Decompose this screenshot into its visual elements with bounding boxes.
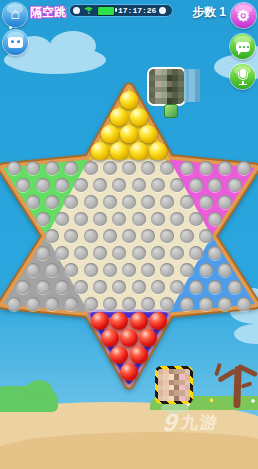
board-hole[interactable] bbox=[84, 161, 98, 175]
board-hole[interactable] bbox=[160, 161, 174, 175]
board-hole[interactable] bbox=[160, 263, 174, 277]
yellow-marble[interactable] bbox=[110, 142, 128, 160]
board-hole[interactable] bbox=[93, 246, 107, 260]
board-hole[interactable] bbox=[160, 229, 174, 243]
red-marble[interactable] bbox=[110, 346, 128, 364]
board-hole[interactable] bbox=[36, 212, 50, 226]
gem-icon bbox=[164, 104, 178, 118]
game-screen: 9 九游 ⌂ 隔空跳 17:17:26 步数 1 ⚙ bbox=[0, 0, 258, 469]
board-hole[interactable] bbox=[74, 212, 88, 226]
board-hole[interactable] bbox=[26, 263, 40, 277]
board-hole[interactable] bbox=[55, 280, 69, 294]
board-hole[interactable] bbox=[189, 246, 203, 260]
yellow-marble[interactable] bbox=[120, 125, 138, 143]
red-marble[interactable] bbox=[101, 329, 119, 347]
board-hole[interactable] bbox=[122, 161, 136, 175]
red-marble[interactable] bbox=[130, 312, 148, 330]
wifi-icon bbox=[83, 7, 94, 15]
board-hole[interactable] bbox=[45, 229, 59, 243]
home-button[interactable]: ⌂ bbox=[3, 3, 27, 27]
red-marble[interactable] bbox=[130, 346, 148, 364]
board-hole[interactable] bbox=[208, 280, 222, 294]
robot-icon bbox=[8, 37, 23, 48]
board-hole[interactable] bbox=[237, 161, 251, 175]
board-hole[interactable] bbox=[103, 263, 117, 277]
board-hole[interactable] bbox=[93, 178, 107, 192]
board-hole[interactable] bbox=[170, 246, 184, 260]
board-hole[interactable] bbox=[64, 263, 78, 277]
board-hole[interactable] bbox=[132, 280, 146, 294]
board-hole[interactable] bbox=[36, 280, 50, 294]
board-hole[interactable] bbox=[141, 263, 155, 277]
board-hole[interactable] bbox=[16, 178, 30, 192]
yellow-marble[interactable] bbox=[139, 125, 157, 143]
board-hole[interactable] bbox=[160, 195, 174, 209]
board-hole[interactable] bbox=[45, 195, 59, 209]
board-hole[interactable] bbox=[103, 195, 117, 209]
chat-button[interactable] bbox=[230, 34, 255, 59]
board-hole[interactable] bbox=[84, 195, 98, 209]
board-hole[interactable] bbox=[93, 212, 107, 226]
board-hole[interactable] bbox=[151, 280, 165, 294]
board-hole[interactable] bbox=[36, 246, 50, 260]
board-hole[interactable] bbox=[180, 263, 194, 277]
board-hole[interactable] bbox=[132, 178, 146, 192]
voice-button[interactable] bbox=[230, 64, 255, 89]
board-hole[interactable] bbox=[64, 229, 78, 243]
step-counter: 步数 1 bbox=[192, 4, 226, 21]
board-hole[interactable] bbox=[132, 246, 146, 260]
board-hole[interactable] bbox=[199, 263, 213, 277]
board-hole[interactable] bbox=[74, 178, 88, 192]
board-hole[interactable] bbox=[141, 229, 155, 243]
board-hole[interactable] bbox=[122, 229, 136, 243]
chat-bubble-icon bbox=[236, 42, 250, 52]
board-hole[interactable] bbox=[45, 161, 59, 175]
board-hole[interactable] bbox=[199, 195, 213, 209]
board-hole[interactable] bbox=[218, 195, 232, 209]
board-hole[interactable] bbox=[218, 161, 232, 175]
board-holes-layer bbox=[0, 0, 258, 469]
board-hole[interactable] bbox=[218, 263, 232, 277]
board-hole[interactable] bbox=[151, 246, 165, 260]
censored-region bbox=[184, 69, 200, 102]
red-marble[interactable] bbox=[120, 363, 138, 381]
red-marble[interactable] bbox=[149, 312, 167, 330]
board-hole[interactable] bbox=[218, 297, 232, 311]
board-hole[interactable] bbox=[151, 178, 165, 192]
board-hole[interactable] bbox=[180, 297, 194, 311]
board-hole[interactable] bbox=[141, 161, 155, 175]
board-hole[interactable] bbox=[170, 280, 184, 294]
board-hole[interactable] bbox=[74, 280, 88, 294]
board-hole[interactable] bbox=[64, 161, 78, 175]
board-hole[interactable] bbox=[45, 263, 59, 277]
board-hole[interactable] bbox=[45, 297, 59, 311]
status-bar: 17:17:26 bbox=[69, 4, 173, 17]
board-hole[interactable] bbox=[199, 229, 213, 243]
board-hole[interactable] bbox=[122, 263, 136, 277]
board-hole[interactable] bbox=[141, 297, 155, 311]
battery-icon bbox=[97, 6, 115, 16]
yellow-marble[interactable] bbox=[91, 142, 109, 160]
board-hole[interactable] bbox=[26, 195, 40, 209]
gear-icon: ⚙ bbox=[237, 8, 250, 23]
board-hole[interactable] bbox=[16, 280, 30, 294]
board-hole[interactable] bbox=[122, 195, 136, 209]
board-hole[interactable] bbox=[180, 229, 194, 243]
status-dot-left bbox=[73, 7, 80, 14]
robot-antenna bbox=[9, 26, 12, 29]
board-hole[interactable] bbox=[36, 178, 50, 192]
board-hole[interactable] bbox=[228, 178, 242, 192]
board-hole[interactable] bbox=[189, 280, 203, 294]
board-hole[interactable] bbox=[122, 297, 136, 311]
board-hole[interactable] bbox=[151, 212, 165, 226]
board-hole[interactable] bbox=[180, 161, 194, 175]
board-hole[interactable] bbox=[64, 297, 78, 311]
board-hole[interactable] bbox=[208, 178, 222, 192]
board-hole[interactable] bbox=[189, 212, 203, 226]
clock-time: 17:17:26 bbox=[118, 6, 156, 15]
board-hole[interactable] bbox=[103, 297, 117, 311]
mode-label: 隔空跳 bbox=[30, 4, 66, 21]
board-hole[interactable] bbox=[141, 195, 155, 209]
board-hole[interactable] bbox=[237, 297, 251, 311]
board-hole[interactable] bbox=[112, 280, 126, 294]
board-hole[interactable] bbox=[208, 212, 222, 226]
red-marble[interactable] bbox=[91, 312, 109, 330]
red-marble[interactable] bbox=[139, 329, 157, 347]
opponent-avatar-censored[interactable] bbox=[147, 67, 186, 106]
board-hole[interactable] bbox=[112, 212, 126, 226]
red-marble[interactable] bbox=[110, 312, 128, 330]
board-hole[interactable] bbox=[55, 212, 69, 226]
board-hole[interactable] bbox=[103, 229, 117, 243]
board-hole[interactable] bbox=[84, 297, 98, 311]
board-hole[interactable] bbox=[55, 246, 69, 260]
yellow-marble[interactable] bbox=[130, 108, 148, 126]
board-hole[interactable] bbox=[26, 161, 40, 175]
board-hole[interactable] bbox=[55, 178, 69, 192]
red-marble[interactable] bbox=[120, 329, 138, 347]
yellow-marble[interactable] bbox=[110, 108, 128, 126]
yellow-marble[interactable] bbox=[120, 91, 138, 109]
board-hole[interactable] bbox=[64, 195, 78, 209]
board-hole[interactable] bbox=[180, 195, 194, 209]
board-hole[interactable] bbox=[132, 212, 146, 226]
board-hole[interactable] bbox=[84, 263, 98, 277]
board-hole[interactable] bbox=[208, 246, 222, 260]
board-hole[interactable] bbox=[170, 212, 184, 226]
board-hole[interactable] bbox=[199, 297, 213, 311]
active-player-avatar-censored[interactable] bbox=[155, 366, 193, 404]
microphone-icon bbox=[235, 69, 251, 85]
board-hole[interactable] bbox=[199, 161, 213, 175]
board-hole[interactable] bbox=[7, 161, 21, 175]
board-hole[interactable] bbox=[26, 297, 40, 311]
board-hole[interactable] bbox=[112, 178, 126, 192]
board-hole[interactable] bbox=[189, 178, 203, 192]
yellow-marble[interactable] bbox=[130, 142, 148, 160]
board-hole[interactable] bbox=[84, 229, 98, 243]
board-hole[interactable] bbox=[93, 280, 107, 294]
board-hole[interactable] bbox=[160, 297, 174, 311]
board-hole[interactable] bbox=[103, 161, 117, 175]
board-hole[interactable] bbox=[74, 246, 88, 260]
status-dot-right bbox=[159, 7, 166, 14]
board-hole[interactable] bbox=[112, 246, 126, 260]
board-hole[interactable] bbox=[228, 280, 242, 294]
assistant-button[interactable] bbox=[3, 30, 28, 55]
house-icon: ⌂ bbox=[10, 6, 20, 22]
yellow-marble[interactable] bbox=[149, 142, 167, 160]
board-hole[interactable] bbox=[170, 178, 184, 192]
yellow-marble[interactable] bbox=[101, 125, 119, 143]
settings-button[interactable]: ⚙ bbox=[231, 3, 256, 28]
board-hole[interactable] bbox=[7, 297, 21, 311]
